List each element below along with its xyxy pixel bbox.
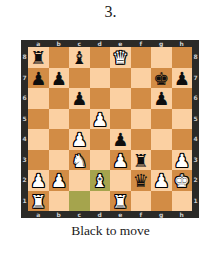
white-knight-c3: ♞ <box>69 150 90 171</box>
square-b6 <box>49 88 70 109</box>
square-c5 <box>69 109 90 130</box>
square-e6 <box>110 88 131 109</box>
black-pawn-e4: ♟ <box>110 129 131 150</box>
black-rook-f3: ♜ <box>131 150 152 171</box>
rank-label-6-right: 6 <box>192 88 199 109</box>
square-f1 <box>131 191 152 212</box>
file-label-g-top: g <box>151 40 172 47</box>
file-label-f-top: f <box>131 40 152 47</box>
square-g6: ♟ <box>151 88 172 109</box>
square-f4 <box>131 129 152 150</box>
square-c4: ♟ <box>69 129 90 150</box>
square-b5 <box>49 109 70 130</box>
rank-label-6-left: 6 <box>21 88 28 109</box>
square-a7: ♟ <box>28 68 49 89</box>
file-label-e-top: e <box>110 40 131 47</box>
square-h4 <box>172 129 193 150</box>
square-f7 <box>131 68 152 89</box>
square-b2: ♟ <box>49 170 70 191</box>
square-d3 <box>90 150 111 171</box>
square-g7: ♚ <box>151 68 172 89</box>
white-pawn-b2: ♟ <box>49 170 70 191</box>
square-d1 <box>90 191 111 212</box>
square-c8: ♝ <box>69 47 90 68</box>
square-g3 <box>151 150 172 171</box>
file-label-c-top: c <box>69 40 90 47</box>
white-pawn-a2: ♟ <box>28 170 49 191</box>
file-label-h-top: h <box>172 40 193 47</box>
square-b3 <box>49 150 70 171</box>
square-f5 <box>131 109 152 130</box>
square-a3 <box>28 150 49 171</box>
square-h3: ♟ <box>172 150 193 171</box>
square-b1 <box>49 191 70 212</box>
black-queen-f2: ♛ <box>131 170 152 191</box>
square-c7 <box>69 68 90 89</box>
square-h1 <box>172 191 193 212</box>
square-d2: ♝ <box>90 170 111 191</box>
square-b4 <box>49 129 70 150</box>
rank-label-4-right: 4 <box>192 129 199 150</box>
white-bishop-d2: ♝ <box>90 170 111 191</box>
rank-label-7-right: 7 <box>192 68 199 89</box>
rank-label-8-right: 8 <box>192 47 199 68</box>
white-pawn-h3: ♟ <box>172 150 193 171</box>
square-g4 <box>151 129 172 150</box>
square-a4 <box>28 129 49 150</box>
square-c6: ♟ <box>69 88 90 109</box>
file-label-a-top: a <box>28 40 49 47</box>
square-e8: ♛ <box>110 47 131 68</box>
rank-label-2-right: 2 <box>192 170 199 191</box>
rank-label-1-right: 1 <box>192 191 199 212</box>
white-queen-e8: ♛ <box>110 47 131 68</box>
square-e4: ♟ <box>110 129 131 150</box>
square-d5: ♟ <box>90 109 111 130</box>
file-label-d-bottom: d <box>90 211 111 218</box>
rank-label-3-right: 3 <box>192 150 199 171</box>
rank-label-3-left: 3 <box>21 150 28 171</box>
square-h6 <box>172 88 193 109</box>
square-f6 <box>131 88 152 109</box>
square-a6 <box>28 88 49 109</box>
square-e3: ♟ <box>110 150 131 171</box>
black-pawn-g6: ♟ <box>151 88 172 109</box>
rank-label-4-left: 4 <box>21 129 28 150</box>
square-h8 <box>172 47 193 68</box>
white-pawn-g2: ♟ <box>151 170 172 191</box>
white-pawn-c4: ♟ <box>69 129 90 150</box>
square-g1 <box>151 191 172 212</box>
square-h7: ♟ <box>172 68 193 89</box>
file-label-d-top: d <box>90 40 111 47</box>
turn-indicator: Black to move <box>0 223 221 239</box>
rank-label-2-left: 2 <box>21 170 28 191</box>
board-grid: ♜♝♛♟♟♚♟♟♟♟♟♟♞♟♜♟♟♟♝♛♟♚♜♜ <box>28 47 192 211</box>
square-c2 <box>69 170 90 191</box>
white-pawn-d5: ♟ <box>90 109 111 130</box>
black-king-g7: ♚ <box>151 68 172 89</box>
square-a2: ♟ <box>28 170 49 191</box>
black-rook-a8: ♜ <box>28 47 49 68</box>
square-a1: ♜ <box>28 191 49 212</box>
rank-label-7-left: 7 <box>21 68 28 89</box>
puzzle-page: 3. ♜♝♛♟♟♚♟♟♟♟♟♟♞♟♜♟♟♟♝♛♟♚♜♜ aabbccddeeff… <box>0 0 221 262</box>
square-e5 <box>110 109 131 130</box>
file-label-b-top: b <box>49 40 70 47</box>
square-b8 <box>49 47 70 68</box>
square-g8 <box>151 47 172 68</box>
square-a5 <box>28 109 49 130</box>
black-bishop-c8: ♝ <box>69 47 90 68</box>
file-label-e-bottom: e <box>110 211 131 218</box>
square-e1: ♜ <box>110 191 131 212</box>
square-d7 <box>90 68 111 89</box>
file-label-h-bottom: h <box>172 211 193 218</box>
square-f8 <box>131 47 152 68</box>
square-c3: ♞ <box>69 150 90 171</box>
square-e2 <box>110 170 131 191</box>
square-d4 <box>90 129 111 150</box>
square-h2: ♚ <box>172 170 193 191</box>
square-g5 <box>151 109 172 130</box>
black-pawn-h7: ♟ <box>172 68 193 89</box>
file-label-g-bottom: g <box>151 211 172 218</box>
black-pawn-c6: ♟ <box>69 88 90 109</box>
rank-label-8-left: 8 <box>21 47 28 68</box>
white-king-h2: ♚ <box>172 170 193 191</box>
puzzle-number: 3. <box>0 3 221 21</box>
rank-label-1-left: 1 <box>21 191 28 212</box>
file-label-a-bottom: a <box>28 211 49 218</box>
white-rook-a1: ♜ <box>28 191 49 212</box>
rank-label-5-left: 5 <box>21 109 28 130</box>
square-g2: ♟ <box>151 170 172 191</box>
square-c1 <box>69 191 90 212</box>
square-d8 <box>90 47 111 68</box>
rank-label-5-right: 5 <box>192 109 199 130</box>
white-pawn-e3: ♟ <box>110 150 131 171</box>
square-f3: ♜ <box>131 150 152 171</box>
square-b7: ♟ <box>49 68 70 89</box>
white-rook-e1: ♜ <box>110 191 131 212</box>
square-f2: ♛ <box>131 170 152 191</box>
square-e7 <box>110 68 131 89</box>
black-pawn-b7: ♟ <box>49 68 70 89</box>
file-label-c-bottom: c <box>69 211 90 218</box>
square-a8: ♜ <box>28 47 49 68</box>
square-d6 <box>90 88 111 109</box>
square-h5 <box>172 109 193 130</box>
file-label-f-bottom: f <box>131 211 152 218</box>
black-pawn-a7: ♟ <box>28 68 49 89</box>
chess-board: ♜♝♛♟♟♚♟♟♟♟♟♟♞♟♜♟♟♟♝♛♟♚♜♜ aabbccddeeffggh… <box>21 40 199 218</box>
file-label-b-bottom: b <box>49 211 70 218</box>
